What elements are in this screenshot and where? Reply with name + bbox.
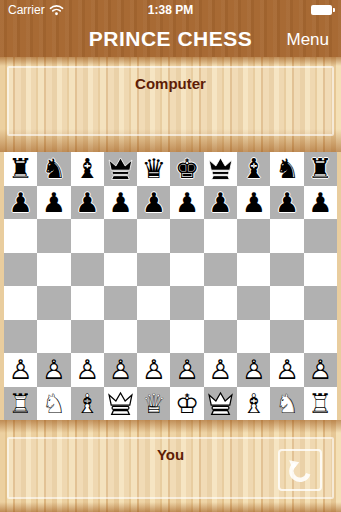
piece-white-bishop: ♝♗	[242, 390, 266, 417]
square-b5[interactable]	[37, 253, 70, 287]
square-i6[interactable]	[270, 219, 303, 253]
square-h4[interactable]	[237, 286, 270, 320]
square-f6[interactable]	[170, 219, 203, 253]
square-e5[interactable]	[137, 253, 170, 287]
square-i1[interactable]: ♞♘	[270, 387, 303, 421]
square-c7[interactable]: ♟	[71, 186, 104, 220]
piece-black-king: ♚	[175, 155, 199, 182]
square-f5[interactable]	[170, 253, 203, 287]
square-a8[interactable]: ♜	[4, 152, 37, 186]
square-i2[interactable]: ♟♙	[270, 353, 303, 387]
square-g6[interactable]	[204, 219, 237, 253]
piece-white-rook: ♜♖	[308, 390, 332, 417]
piece-white-pawn: ♟♙	[108, 356, 132, 383]
square-h6[interactable]	[237, 219, 270, 253]
piece-black-pawn: ♟	[275, 189, 299, 216]
status-bar: Carrier 1:38 PM	[0, 0, 341, 20]
piece-black-prince	[207, 155, 234, 182]
square-j7[interactable]: ♟	[304, 186, 337, 220]
square-e2[interactable]: ♟♙	[137, 353, 170, 387]
piece-black-pawn: ♟	[142, 189, 166, 216]
square-a3[interactable]	[4, 320, 37, 354]
piece-white-prince	[107, 390, 134, 417]
piece-white-bishop: ♝♗	[75, 390, 99, 417]
square-f1[interactable]: ♚♔	[170, 387, 203, 421]
square-c3[interactable]	[71, 320, 104, 354]
square-j2[interactable]: ♟♙	[304, 353, 337, 387]
square-a4[interactable]	[4, 286, 37, 320]
square-e4[interactable]	[137, 286, 170, 320]
square-e1[interactable]: ♛♕	[137, 387, 170, 421]
square-j3[interactable]	[304, 320, 337, 354]
square-a2[interactable]: ♟♙	[4, 353, 37, 387]
piece-black-knight: ♞	[275, 155, 299, 182]
square-f4[interactable]	[170, 286, 203, 320]
piece-black-pawn: ♟	[308, 189, 332, 216]
square-f8[interactable]: ♚	[170, 152, 203, 186]
opponent-panel: Computer	[7, 66, 334, 136]
piece-white-rook: ♜♖	[9, 390, 33, 417]
battery-icon	[311, 5, 335, 15]
piece-white-pawn: ♟♙	[9, 356, 33, 383]
square-d5[interactable]	[104, 253, 137, 287]
piece-black-pawn: ♟	[42, 189, 66, 216]
square-d4[interactable]	[104, 286, 137, 320]
piece-black-rook: ♜	[9, 155, 33, 182]
square-d3[interactable]	[104, 320, 137, 354]
chess-board[interactable]: ♜♞♝ ♛♚ ♝♞♜♟♟♟♟♟♟♟♟♟♟♟♙♟♙♟♙♟♙♟♙♟♙♟♙♟♙♟♙♟♙…	[4, 152, 337, 420]
piece-black-pawn: ♟	[175, 189, 199, 216]
piece-black-rook: ♜	[308, 155, 332, 182]
piece-black-pawn: ♟	[9, 189, 33, 216]
square-d7[interactable]: ♟	[104, 186, 137, 220]
square-f7[interactable]: ♟	[170, 186, 203, 220]
square-a5[interactable]	[4, 253, 37, 287]
square-g3[interactable]	[204, 320, 237, 354]
piece-black-bishop: ♝	[75, 155, 99, 182]
piece-black-pawn: ♟	[108, 189, 132, 216]
square-j4[interactable]	[304, 286, 337, 320]
square-j1[interactable]: ♜♖	[304, 387, 337, 421]
opponent-name-label: Computer	[9, 68, 332, 92]
square-g7[interactable]: ♟	[204, 186, 237, 220]
square-j8[interactable]: ♜	[304, 152, 337, 186]
piece-white-pawn: ♟♙	[308, 356, 332, 383]
piece-white-pawn: ♟♙	[42, 356, 66, 383]
piece-white-pawn: ♟♙	[275, 356, 299, 383]
piece-white-pawn: ♟♙	[142, 356, 166, 383]
square-j6[interactable]	[304, 219, 337, 253]
piece-white-knight: ♞♘	[42, 390, 66, 417]
piece-black-pawn: ♟	[208, 189, 232, 216]
piece-white-queen: ♛♕	[142, 390, 166, 417]
undo-button[interactable]	[278, 449, 322, 491]
square-j5[interactable]	[304, 253, 337, 287]
square-g8[interactable]	[204, 152, 237, 186]
square-h3[interactable]	[237, 320, 270, 354]
piece-white-prince	[207, 390, 234, 417]
square-g1[interactable]	[204, 387, 237, 421]
square-b7[interactable]: ♟	[37, 186, 70, 220]
piece-black-bishop: ♝	[242, 155, 266, 182]
square-d2[interactable]: ♟♙	[104, 353, 137, 387]
square-b6[interactable]	[37, 219, 70, 253]
square-h7[interactable]: ♟	[237, 186, 270, 220]
piece-white-knight: ♞♘	[275, 390, 299, 417]
square-c2[interactable]: ♟♙	[71, 353, 104, 387]
square-f2[interactable]: ♟♙	[170, 353, 203, 387]
square-d8[interactable]	[104, 152, 137, 186]
nav-bar: PRINCE CHESS Menu	[0, 20, 341, 57]
square-i5[interactable]	[270, 253, 303, 287]
square-d6[interactable]	[104, 219, 137, 253]
square-i4[interactable]	[270, 286, 303, 320]
clock-time: 1:38 PM	[0, 3, 341, 17]
piece-black-queen: ♛	[142, 155, 166, 182]
square-e7[interactable]: ♟	[137, 186, 170, 220]
square-c1[interactable]: ♝♗	[71, 387, 104, 421]
piece-white-pawn: ♟♙	[208, 356, 232, 383]
square-a7[interactable]: ♟	[4, 186, 37, 220]
piece-black-pawn: ♟	[242, 189, 266, 216]
player-section: You	[0, 420, 341, 512]
square-b2[interactable]: ♟♙	[37, 353, 70, 387]
player-panel: You	[7, 437, 334, 499]
square-h2[interactable]: ♟♙	[237, 353, 270, 387]
piece-black-knight: ♞	[42, 155, 66, 182]
square-i3[interactable]	[270, 320, 303, 354]
square-h1[interactable]: ♝♗	[237, 387, 270, 421]
square-g2[interactable]: ♟♙	[204, 353, 237, 387]
piece-black-prince	[107, 155, 134, 182]
square-b1[interactable]: ♞♘	[37, 387, 70, 421]
square-c6[interactable]	[71, 219, 104, 253]
square-a1[interactable]: ♜♖	[4, 387, 37, 421]
piece-white-pawn: ♟♙	[175, 356, 199, 383]
piece-white-pawn: ♟♙	[242, 356, 266, 383]
square-g5[interactable]	[204, 253, 237, 287]
menu-button[interactable]: Menu	[286, 30, 329, 50]
header: Carrier 1:38 PM PRINCE CHESS Menu	[0, 0, 341, 57]
square-f3[interactable]	[170, 320, 203, 354]
square-b3[interactable]	[37, 320, 70, 354]
square-i7[interactable]: ♟	[270, 186, 303, 220]
piece-white-king: ♚♔	[175, 390, 199, 417]
square-a6[interactable]	[4, 219, 37, 253]
undo-arrow-icon	[285, 455, 315, 485]
square-e3[interactable]	[137, 320, 170, 354]
piece-white-pawn: ♟♙	[75, 356, 99, 383]
square-i8[interactable]: ♞	[270, 152, 303, 186]
square-d1[interactable]	[104, 387, 137, 421]
square-c8[interactable]: ♝	[71, 152, 104, 186]
square-g4[interactable]	[204, 286, 237, 320]
square-h5[interactable]	[237, 253, 270, 287]
piece-black-pawn: ♟	[75, 189, 99, 216]
opponent-section: Computer	[0, 57, 341, 152]
square-h8[interactable]: ♝	[237, 152, 270, 186]
square-c5[interactable]	[71, 253, 104, 287]
square-c4[interactable]	[71, 286, 104, 320]
square-b8[interactable]: ♞	[37, 152, 70, 186]
square-e8[interactable]: ♛	[137, 152, 170, 186]
square-b4[interactable]	[37, 286, 70, 320]
square-e6[interactable]	[137, 219, 170, 253]
